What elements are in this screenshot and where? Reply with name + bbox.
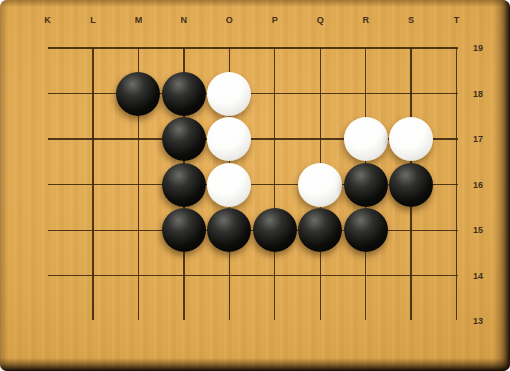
stone-white-S17[interactable]	[389, 117, 433, 161]
stone-black-P15[interactable]	[253, 208, 297, 252]
stone-black-Q15[interactable]	[298, 208, 342, 252]
grid-line-horizontal-19	[48, 47, 458, 48]
column-label-T: T	[447, 15, 467, 25]
stone-white-O16[interactable]	[207, 163, 251, 207]
stone-black-N15[interactable]	[162, 208, 206, 252]
stone-black-O15[interactable]	[207, 208, 251, 252]
stone-white-O17[interactable]	[207, 117, 251, 161]
stone-black-R15[interactable]	[344, 208, 388, 252]
column-label-L: L	[83, 15, 103, 25]
go-app-screenshot: KLMNOPQRST19181716151413	[0, 0, 510, 371]
go-board[interactable]: KLMNOPQRST19181716151413	[0, 0, 510, 371]
grid-line-vertical-P	[274, 48, 275, 320]
row-label-13: 13	[468, 316, 488, 326]
stone-black-M18[interactable]	[116, 72, 160, 116]
row-label-17: 17	[468, 134, 488, 144]
stone-black-N16[interactable]	[162, 163, 206, 207]
row-label-16: 16	[468, 180, 488, 190]
grid-line-vertical-T	[456, 48, 457, 320]
stone-white-R17[interactable]	[344, 117, 388, 161]
column-label-M: M	[128, 15, 148, 25]
column-label-K: K	[38, 15, 58, 25]
stone-black-R16[interactable]	[344, 163, 388, 207]
column-label-P: P	[265, 15, 285, 25]
row-label-14: 14	[468, 271, 488, 281]
column-label-R: R	[356, 15, 376, 25]
stone-white-O18[interactable]	[207, 72, 251, 116]
grid-line-horizontal-14	[48, 275, 458, 276]
grid-line-horizontal-18	[48, 93, 458, 94]
column-label-Q: Q	[310, 15, 330, 25]
stone-white-Q16[interactable]	[298, 163, 342, 207]
stone-black-N17[interactable]	[162, 117, 206, 161]
stone-black-S16[interactable]	[389, 163, 433, 207]
row-label-19: 19	[468, 43, 488, 53]
row-label-18: 18	[468, 89, 488, 99]
column-label-S: S	[401, 15, 421, 25]
column-label-N: N	[174, 15, 194, 25]
column-label-O: O	[219, 15, 239, 25]
grid-line-vertical-L	[92, 48, 93, 320]
stone-black-N18[interactable]	[162, 72, 206, 116]
row-label-15: 15	[468, 225, 488, 235]
